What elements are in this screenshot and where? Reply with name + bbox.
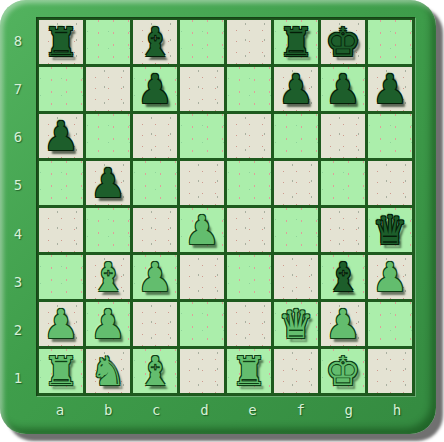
rank-label-1: 1: [0, 354, 36, 402]
square-f2[interactable]: ♛: [274, 302, 318, 346]
square-f8[interactable]: ♜: [274, 20, 318, 64]
square-d1[interactable]: [180, 349, 224, 393]
rank-label-6: 6: [0, 113, 36, 161]
square-h5[interactable]: [368, 161, 412, 205]
square-b6[interactable]: [86, 114, 130, 158]
square-a2[interactable]: ♟: [39, 302, 83, 346]
piece-white-pawn[interactable]: ♟: [372, 255, 408, 299]
square-b7[interactable]: [86, 67, 130, 111]
rank-label-5: 5: [0, 161, 36, 209]
square-a1[interactable]: ♜: [39, 349, 83, 393]
square-a7[interactable]: [39, 67, 83, 111]
square-a6[interactable]: ♟: [39, 114, 83, 158]
piece-white-bishop[interactable]: ♝: [90, 255, 126, 299]
square-c2[interactable]: [133, 302, 177, 346]
piece-white-rook[interactable]: ♜: [231, 349, 267, 393]
square-b3[interactable]: ♝: [86, 255, 130, 299]
rank-label-2: 2: [0, 306, 36, 354]
square-h4[interactable]: ♛: [368, 208, 412, 252]
rank-labels: 87654321: [0, 17, 36, 402]
square-h1[interactable]: [368, 349, 412, 393]
square-b8[interactable]: [86, 20, 130, 64]
piece-black-bishop[interactable]: ♝: [325, 255, 361, 299]
file-label-e: e: [229, 396, 277, 424]
square-a4[interactable]: [39, 208, 83, 252]
square-f1[interactable]: [274, 349, 318, 393]
square-b2[interactable]: ♟: [86, 302, 130, 346]
square-g2[interactable]: ♟: [321, 302, 365, 346]
piece-black-queen[interactable]: ♛: [372, 208, 408, 252]
square-g5[interactable]: [321, 161, 365, 205]
file-label-d: d: [180, 396, 228, 424]
square-c5[interactable]: [133, 161, 177, 205]
square-d6[interactable]: [180, 114, 224, 158]
square-e8[interactable]: [227, 20, 271, 64]
square-a8[interactable]: ♜: [39, 20, 83, 64]
square-c8[interactable]: ♝: [133, 20, 177, 64]
piece-black-rook[interactable]: ♜: [278, 20, 314, 64]
board-frame: 87654321 abcdefgh ♜♝♜♚♟♟♟♟♟♟♟♛♝♟♝♟♟♟♛♟♜♞…: [0, 0, 436, 434]
square-f4[interactable]: [274, 208, 318, 252]
square-b1[interactable]: ♞: [86, 349, 130, 393]
piece-white-pawn[interactable]: ♟: [137, 255, 173, 299]
piece-white-pawn[interactable]: ♟: [43, 302, 79, 346]
square-e4[interactable]: [227, 208, 271, 252]
piece-black-pawn[interactable]: ♟: [90, 161, 126, 205]
piece-white-pawn[interactable]: ♟: [90, 302, 126, 346]
piece-black-pawn[interactable]: ♟: [43, 114, 79, 158]
piece-white-bishop[interactable]: ♝: [137, 349, 173, 393]
file-label-g: g: [325, 396, 373, 424]
square-c6[interactable]: [133, 114, 177, 158]
piece-white-pawn[interactable]: ♟: [325, 302, 361, 346]
square-h6[interactable]: [368, 114, 412, 158]
rank-label-4: 4: [0, 210, 36, 258]
square-f5[interactable]: [274, 161, 318, 205]
square-b4[interactable]: [86, 208, 130, 252]
square-d4[interactable]: ♟: [180, 208, 224, 252]
square-d8[interactable]: [180, 20, 224, 64]
file-label-f: f: [277, 396, 325, 424]
square-g3[interactable]: ♝: [321, 255, 365, 299]
square-c7[interactable]: ♟: [133, 67, 177, 111]
rank-label-7: 7: [0, 65, 36, 113]
square-e1[interactable]: ♜: [227, 349, 271, 393]
square-h2[interactable]: [368, 302, 412, 346]
piece-white-pawn[interactable]: ♟: [184, 208, 220, 252]
square-d3[interactable]: [180, 255, 224, 299]
piece-black-pawn[interactable]: ♟: [372, 67, 408, 111]
square-f3[interactable]: [274, 255, 318, 299]
piece-black-pawn[interactable]: ♟: [137, 67, 173, 111]
square-c4[interactable]: [133, 208, 177, 252]
square-g4[interactable]: [321, 208, 365, 252]
square-h3[interactable]: ♟: [368, 255, 412, 299]
square-e3[interactable]: [227, 255, 271, 299]
piece-white-queen[interactable]: ♛: [278, 302, 314, 346]
square-e5[interactable]: [227, 161, 271, 205]
square-d7[interactable]: [180, 67, 224, 111]
piece-black-king[interactable]: ♚: [325, 20, 361, 64]
square-f7[interactable]: ♟: [274, 67, 318, 111]
square-h7[interactable]: ♟: [368, 67, 412, 111]
square-h8[interactable]: [368, 20, 412, 64]
square-g8[interactable]: ♚: [321, 20, 365, 64]
file-label-a: a: [36, 396, 84, 424]
square-a5[interactable]: [39, 161, 83, 205]
chess-app: 87654321 abcdefgh ♜♝♜♚♟♟♟♟♟♟♟♛♝♟♝♟♟♟♛♟♜♞…: [0, 0, 444, 442]
square-d5[interactable]: [180, 161, 224, 205]
piece-white-king[interactable]: ♚: [325, 349, 361, 393]
piece-black-bishop[interactable]: ♝: [137, 20, 173, 64]
square-c1[interactable]: ♝: [133, 349, 177, 393]
piece-black-pawn[interactable]: ♟: [278, 67, 314, 111]
piece-black-pawn[interactable]: ♟: [325, 67, 361, 111]
piece-white-knight[interactable]: ♞: [90, 349, 126, 393]
square-f6[interactable]: [274, 114, 318, 158]
file-label-c: c: [132, 396, 180, 424]
square-g1[interactable]: ♚: [321, 349, 365, 393]
piece-white-rook[interactable]: ♜: [43, 349, 79, 393]
square-e6[interactable]: [227, 114, 271, 158]
square-d2[interactable]: [180, 302, 224, 346]
file-labels: abcdefgh: [36, 396, 421, 424]
file-label-h: h: [373, 396, 421, 424]
square-e2[interactable]: [227, 302, 271, 346]
rank-label-8: 8: [0, 17, 36, 65]
square-c3[interactable]: ♟: [133, 255, 177, 299]
rank-label-3: 3: [0, 258, 36, 306]
square-a3[interactable]: [39, 255, 83, 299]
square-g6[interactable]: [321, 114, 365, 158]
square-e7[interactable]: [227, 67, 271, 111]
file-label-b: b: [84, 396, 132, 424]
chess-board: ♜♝♜♚♟♟♟♟♟♟♟♛♝♟♝♟♟♟♛♟♜♞♝♜♚: [36, 17, 415, 396]
square-b5[interactable]: ♟: [86, 161, 130, 205]
piece-black-rook[interactable]: ♜: [43, 20, 79, 64]
square-g7[interactable]: ♟: [321, 67, 365, 111]
